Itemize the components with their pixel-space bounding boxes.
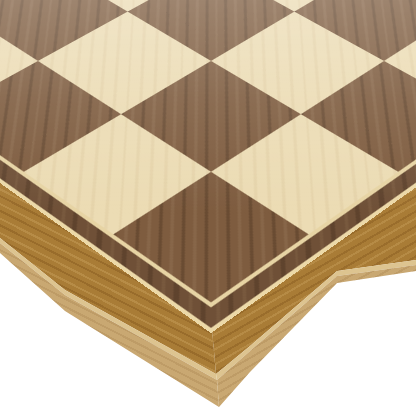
- board-photo: [0, 0, 416, 416]
